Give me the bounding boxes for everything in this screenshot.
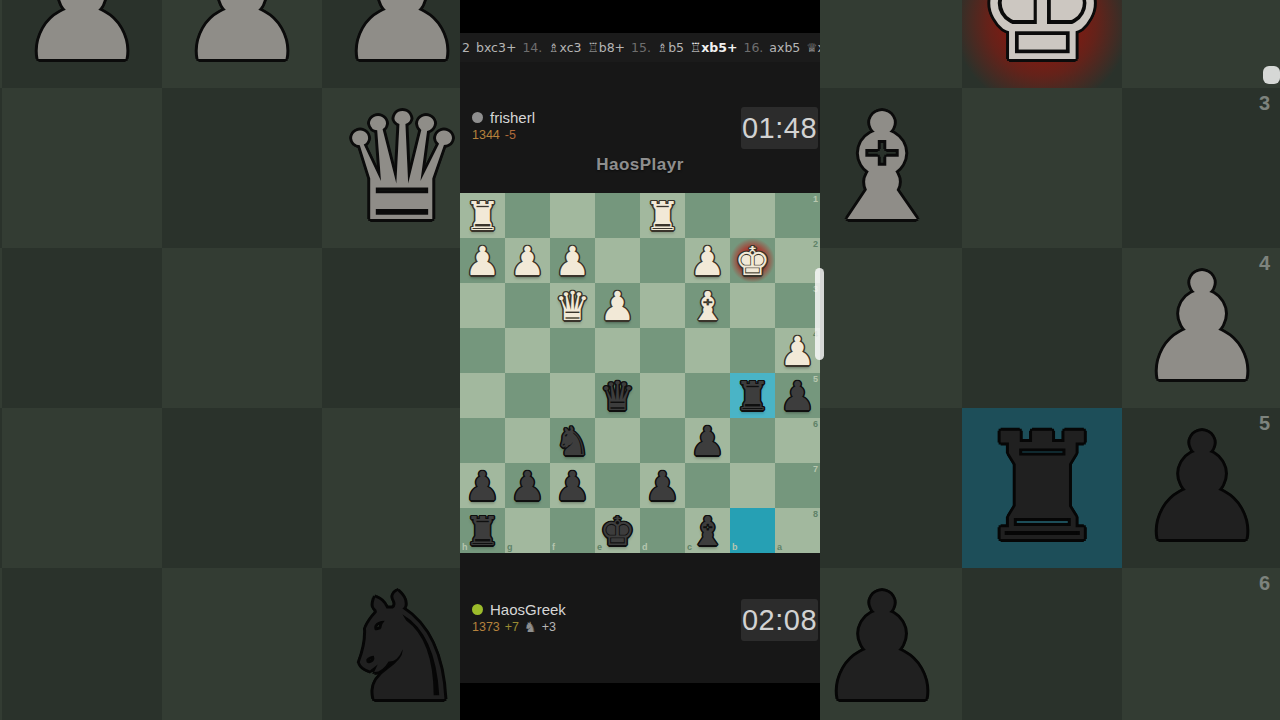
black-pawn-g7: ♟ [505, 463, 550, 508]
square-c4[interactable] [685, 328, 730, 373]
square-b6[interactable] [730, 418, 775, 463]
square-f5[interactable] [550, 373, 595, 418]
square-f7[interactable]: ♟ [550, 463, 595, 508]
app-column: 2bxc3+14.♗xc3♖b8+15.♗b5♖xb5+16.axb5♕xb5+… [460, 0, 820, 720]
background-piece-h2: ♟ [2, 0, 162, 88]
scrollbar-thumb[interactable] [815, 268, 824, 360]
square-c8[interactable]: c♝ [685, 508, 730, 553]
background-piece-b2: ♚ [962, 0, 1122, 88]
clock-top: 01:48 [741, 107, 818, 149]
square-e8[interactable]: e♚ [595, 508, 640, 553]
white-pawn-h2: ♟ [460, 238, 505, 283]
square-g2[interactable]: ♟ [505, 238, 550, 283]
background-scrollbar-thumb [1263, 66, 1280, 84]
square-f2[interactable]: ♟ [550, 238, 595, 283]
square-g4[interactable] [505, 328, 550, 373]
square-h7[interactable]: ♟ [460, 463, 505, 508]
white-pawn-g2: ♟ [505, 238, 550, 283]
background-piece-a4: ♟ [1122, 248, 1280, 408]
background-piece-b5: ♜ [962, 408, 1122, 568]
square-d4[interactable] [640, 328, 685, 373]
rank-label-8: 8 [813, 510, 818, 519]
square-a4[interactable]: 4♟ [775, 328, 820, 373]
square-c3[interactable]: ♝ [685, 283, 730, 328]
player-bottom-name[interactable]: HaosGreek [490, 601, 566, 618]
file-label-a: a [777, 543, 782, 552]
square-e6[interactable] [595, 418, 640, 463]
background-piece-f6: ♞ [322, 568, 482, 720]
player-bottom: HaosGreek [472, 601, 566, 618]
background-piece-a5: ♟ [1122, 408, 1280, 568]
rank-label-7: 7 [813, 465, 818, 474]
watermark: HaosPlayr [596, 155, 684, 175]
square-f8[interactable]: f [550, 508, 595, 553]
black-pawn-h7: ♟ [460, 463, 505, 508]
black-pawn-f7: ♟ [550, 463, 595, 508]
square-c1[interactable] [685, 193, 730, 238]
player-bottom-status-dot [472, 604, 483, 615]
move-token[interactable]: 14. [522, 40, 542, 55]
square-g3[interactable] [505, 283, 550, 328]
square-d5[interactable] [640, 373, 685, 418]
background-piece-c6: ♟ [802, 568, 962, 720]
square-f1[interactable] [550, 193, 595, 238]
square-h1[interactable]: ♜ [460, 193, 505, 238]
background-rank-label-4: 4 [1259, 252, 1279, 275]
rank-label-1: 1 [813, 195, 818, 204]
square-h5[interactable] [460, 373, 505, 418]
white-rook-h1: ♜ [460, 193, 505, 238]
player-top-status-dot [472, 112, 483, 123]
captured-knight-icon: ♞ [524, 621, 537, 633]
black-knight-f6: ♞ [550, 418, 595, 463]
file-label-b: b [732, 543, 738, 552]
rank-label-2: 2 [813, 240, 818, 249]
square-e7[interactable] [595, 463, 640, 508]
square-d8[interactable]: d [640, 508, 685, 553]
material-advantage: +3 [542, 620, 556, 634]
square-f3[interactable]: ♛ [550, 283, 595, 328]
square-g5[interactable] [505, 373, 550, 418]
square-h8[interactable]: h♜ [460, 508, 505, 553]
square-e5[interactable]: ♛ [595, 373, 640, 418]
player-bottom-rating-delta: +7 [505, 620, 519, 634]
background-rank-label-3: 3 [1259, 92, 1279, 115]
square-e2[interactable] [595, 238, 640, 283]
black-pawn-c6: ♟ [685, 418, 730, 463]
white-bishop-c3: ♝ [685, 283, 730, 328]
square-a2[interactable]: 2 [775, 238, 820, 283]
move-token[interactable]: ♕xb5+ [806, 40, 820, 55]
square-b7[interactable] [730, 463, 775, 508]
square-f6[interactable]: ♞ [550, 418, 595, 463]
move-token[interactable]: ♗b5 [657, 40, 684, 55]
file-label-e: e [597, 543, 602, 552]
square-b5[interactable]: ♜ [730, 373, 775, 418]
square-g7[interactable]: ♟ [505, 463, 550, 508]
square-h6[interactable] [460, 418, 505, 463]
move-list[interactable]: 2bxc3+14.♗xc3♖b8+15.♗b5♖xb5+16.axb5♕xb5+… [460, 33, 820, 62]
square-g8[interactable]: g [505, 508, 550, 553]
player-top: frisherl [472, 109, 535, 126]
move-token[interactable]: bxc3+ [476, 40, 516, 55]
move-token[interactable]: 16. [743, 40, 763, 55]
background-piece-f2: ♟ [322, 0, 482, 88]
square-e1[interactable] [595, 193, 640, 238]
white-pawn-c2: ♟ [685, 238, 730, 283]
black-pawn-d7: ♟ [640, 463, 685, 508]
square-b2[interactable]: ♚ [730, 238, 775, 283]
player-top-rating: 1344 [472, 128, 500, 142]
white-queen-f3: ♛ [550, 283, 595, 328]
player-top-name[interactable]: frisherl [490, 109, 535, 126]
file-label-f: f [552, 543, 555, 552]
square-d3[interactable] [640, 283, 685, 328]
square-h3[interactable] [460, 283, 505, 328]
square-b3[interactable] [730, 283, 775, 328]
player-top-rating-row: 1344 -5 [472, 128, 516, 142]
square-d2[interactable] [640, 238, 685, 283]
background-piece-g2: ♟ [162, 0, 322, 88]
square-a6[interactable]: 6 [775, 418, 820, 463]
square-d1[interactable]: ♜ [640, 193, 685, 238]
square-a3[interactable]: 3 [775, 283, 820, 328]
square-g1[interactable] [505, 193, 550, 238]
square-h4[interactable] [460, 328, 505, 373]
player-bottom-rating: 1373 [472, 620, 500, 634]
file-label-g: g [507, 543, 513, 552]
square-d7[interactable]: ♟ [640, 463, 685, 508]
square-h2[interactable]: ♟ [460, 238, 505, 283]
square-f4[interactable] [550, 328, 595, 373]
file-label-d: d [642, 543, 648, 552]
square-e4[interactable] [595, 328, 640, 373]
file-label-h: h [462, 543, 468, 552]
move-token[interactable]: ♗xc3 [548, 40, 581, 55]
black-queen-e5: ♛ [595, 373, 640, 418]
square-c6[interactable]: ♟ [685, 418, 730, 463]
rank-label-6: 6 [813, 420, 818, 429]
square-c5[interactable] [685, 373, 730, 418]
square-b4[interactable] [730, 328, 775, 373]
background-piece-c3: ♝ [802, 88, 962, 248]
move-token[interactable]: 15. [631, 40, 651, 55]
rank-label-5: 5 [813, 375, 818, 384]
move-token[interactable]: axb5 [769, 40, 800, 55]
black-rook-b5: ♜ [730, 373, 775, 418]
background-rank-label-5: 5 [1259, 412, 1279, 435]
square-b1[interactable] [730, 193, 775, 238]
square-e3[interactable]: ♟ [595, 283, 640, 328]
chess-board: ♜♜1♟♟♟♟♚2♛♟♝34♟♛♜5♟♞♟6♟♟♟♟7h♜gfe♚dc♝b8a [460, 193, 820, 553]
move-token[interactable]: ♖b8+ [587, 40, 625, 55]
player-top-rating-delta: -5 [505, 128, 516, 142]
move-token[interactable]: 2 [462, 40, 470, 55]
square-d6[interactable] [640, 418, 685, 463]
background-rank-label-6: 6 [1259, 572, 1279, 595]
square-a1[interactable]: 1 [775, 193, 820, 238]
square-b8[interactable]: b [730, 508, 775, 553]
white-pawn-f2: ♟ [550, 238, 595, 283]
background-piece-f3: ♛ [322, 88, 482, 248]
square-c2[interactable]: ♟ [685, 238, 730, 283]
file-label-c: c [687, 543, 692, 552]
square-a8[interactable]: 8a [775, 508, 820, 553]
stage: ♟♟♟♚♛♝♟♜♟♞♟3456 2bxc3+14.♗xc3♖b8+15.♗b5♖… [0, 0, 1280, 720]
white-rook-d1: ♜ [640, 193, 685, 238]
white-pawn-e3: ♟ [595, 283, 640, 328]
clock-bottom: 02:08 [741, 599, 818, 641]
player-bottom-rating-row: 1373 +7 ♞ +3 [472, 620, 556, 634]
square-g6[interactable] [505, 418, 550, 463]
move-token[interactable]: ♖xb5+ [690, 40, 737, 55]
square-a7[interactable]: 7 [775, 463, 820, 508]
square-c7[interactable] [685, 463, 730, 508]
square-a5[interactable]: 5♟ [775, 373, 820, 418]
white-king-b2: ♚ [730, 238, 775, 283]
